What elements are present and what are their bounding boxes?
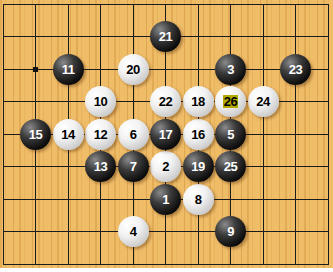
move-label: 14 [61, 128, 74, 141]
stone-4-white[interactable]: 4 [118, 216, 149, 247]
go-diagram: 1234567891011121314151617181920212223242… [0, 0, 333, 272]
move-label: 8 [195, 193, 202, 206]
stone-16-white[interactable]: 16 [183, 119, 214, 150]
stone-19-black[interactable]: 19 [183, 151, 214, 182]
stone-6-white[interactable]: 6 [118, 119, 149, 150]
stone-25-black[interactable]: 25 [215, 151, 246, 182]
move-label: 21 [159, 30, 172, 43]
stone-11-black[interactable]: 11 [53, 54, 84, 85]
move-label: 16 [191, 128, 204, 141]
stone-12-white[interactable]: 12 [85, 119, 116, 150]
grid-hline [3, 264, 329, 265]
move-label: 7 [130, 160, 137, 173]
move-label: 25 [224, 160, 237, 173]
move-label: 20 [126, 63, 139, 76]
stone-21-black[interactable]: 21 [150, 21, 181, 52]
move-label: 12 [94, 128, 107, 141]
move-label: 18 [191, 95, 204, 108]
stone-26-white[interactable]: 26 [215, 86, 246, 117]
stone-13-black[interactable]: 13 [85, 151, 116, 182]
move-label: 5 [227, 128, 234, 141]
move-label: 9 [227, 225, 234, 238]
move-label: 10 [94, 95, 107, 108]
move-label: 6 [130, 128, 137, 141]
move-label: 1 [162, 193, 169, 206]
stone-22-white[interactable]: 22 [150, 86, 181, 117]
move-label: 15 [29, 128, 42, 141]
stone-7-black[interactable]: 7 [118, 151, 149, 182]
stone-17-black[interactable]: 17 [150, 119, 181, 150]
grid-hline [3, 4, 329, 5]
stone-5-black[interactable]: 5 [215, 119, 246, 150]
grid-vline [328, 4, 329, 265]
stone-3-black[interactable]: 3 [215, 54, 246, 85]
grid-hline [3, 231, 329, 232]
move-label: 11 [62, 63, 75, 76]
stone-24-white[interactable]: 24 [248, 86, 279, 117]
stone-1-black[interactable]: 1 [150, 184, 181, 215]
move-label: 19 [191, 160, 204, 173]
star-point [33, 67, 38, 72]
stone-14-white[interactable]: 14 [53, 119, 84, 150]
move-label: 3 [227, 63, 234, 76]
move-label: 17 [159, 128, 172, 141]
move-label: 24 [256, 95, 269, 108]
grid-vline [3, 4, 4, 265]
move-label: 13 [94, 160, 107, 173]
grid-vline [263, 4, 264, 265]
stone-18-white[interactable]: 18 [183, 86, 214, 117]
stone-23-black[interactable]: 23 [280, 54, 311, 85]
stone-10-white[interactable]: 10 [85, 86, 116, 117]
page-background-strip [0, 268, 333, 272]
grid-vline [295, 4, 296, 265]
stone-15-black[interactable]: 15 [20, 119, 51, 150]
move-label: 22 [159, 95, 172, 108]
stone-8-white[interactable]: 8 [183, 184, 214, 215]
stone-9-black[interactable]: 9 [215, 216, 246, 247]
go-board[interactable]: 1234567891011121314151617181920212223242… [0, 0, 333, 268]
move-label: 4 [130, 225, 137, 238]
move-label: 23 [289, 63, 302, 76]
stone-20-white[interactable]: 20 [118, 54, 149, 85]
move-label: 2 [162, 160, 169, 173]
stone-2-white[interactable]: 2 [150, 151, 181, 182]
move-label-highlighted: 26 [223, 95, 238, 108]
